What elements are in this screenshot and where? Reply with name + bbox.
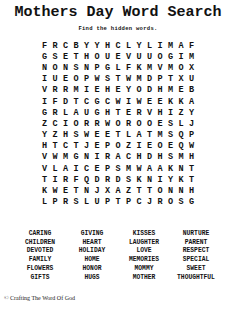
grid-cell-r6c1[interactable]: I	[39, 96, 50, 107]
grid-cell-r12c11[interactable]: A	[144, 163, 155, 174]
grid-cell-r13c2[interactable]: I	[50, 174, 61, 185]
grid-cell-r1c11[interactable]: L	[144, 40, 155, 51]
grid-cell-r3c8[interactable]: L	[113, 62, 124, 73]
grid-cell-r6c9[interactable]: I	[123, 96, 134, 107]
word-list-item: NURTURE	[170, 230, 222, 239]
grid-cell-r3c9[interactable]: F	[123, 62, 134, 73]
grid-cell-r10c9[interactable]: Z	[123, 141, 134, 152]
grid-cell-r13c8[interactable]: D	[113, 174, 124, 185]
grid-cell-r7c2[interactable]: R	[50, 107, 61, 118]
grid-cell-r6c7[interactable]: C	[102, 96, 113, 107]
grid-cell-r5c8[interactable]: E	[113, 85, 124, 96]
grid-cell-r7c3[interactable]: L	[60, 107, 71, 118]
grid-cell-r1c13[interactable]: M	[165, 40, 176, 51]
grid-cell-r10c2[interactable]: T	[50, 141, 61, 152]
word-list-item: LAUGHTER	[118, 239, 170, 248]
grid-cell-r1c10[interactable]: Y	[134, 40, 145, 51]
grid-cell-r10c11[interactable]: E	[144, 141, 155, 152]
grid-cell-r10c14[interactable]: Q	[176, 141, 187, 152]
grid-cell-r14c13[interactable]: N	[165, 185, 176, 196]
grid-cell-r1c1[interactable]: F	[39, 40, 50, 51]
grid-cell-r2c9[interactable]: V	[123, 51, 134, 62]
grid-cell-r11c10[interactable]: H	[134, 152, 145, 163]
grid-cell-r2c14[interactable]: I	[176, 51, 187, 62]
grid-cell-r6c5[interactable]: C	[81, 96, 92, 107]
grid-cell-r14c2[interactable]: W	[50, 185, 61, 196]
word-list-item: LOVE	[118, 247, 170, 256]
grid-cell-r9c3[interactable]: H	[60, 130, 71, 141]
grid-cell-r15c5[interactable]: L	[81, 197, 92, 208]
grid-cell-r10c10[interactable]: I	[134, 141, 145, 152]
grid-cell-r6c3[interactable]: D	[60, 96, 71, 107]
grid-cell-r15c10[interactable]: C	[134, 197, 145, 208]
grid-cell-r7c13[interactable]: I	[165, 107, 176, 118]
grid-cell-r11c14[interactable]: M	[176, 152, 187, 163]
grid-cell-r3c4[interactable]: S	[71, 62, 82, 73]
grid-cell-r5c12[interactable]: H	[155, 85, 166, 96]
grid-cell-r3c14[interactable]: O	[176, 62, 187, 73]
grid-cell-r6c13[interactable]: K	[165, 96, 176, 107]
grid-cell-r8c12[interactable]: E	[155, 118, 166, 129]
grid-cell-r4c2[interactable]: U	[50, 74, 61, 85]
grid-cell-r15c7[interactable]: P	[102, 197, 113, 208]
grid-cell-r7c10[interactable]: R	[134, 107, 145, 118]
grid-cell-r3c15[interactable]: X	[186, 62, 197, 73]
grid-cell-r6c15[interactable]: A	[186, 96, 197, 107]
grid-cell-r9c6[interactable]: E	[92, 130, 103, 141]
grid-cell-r3c6[interactable]: P	[92, 62, 103, 73]
grid-cell-r7c11[interactable]: V	[144, 107, 155, 118]
grid-cell-r15c6[interactable]: U	[92, 197, 103, 208]
grid-cell-r14c4[interactable]: T	[71, 185, 82, 196]
grid-cell-r15c12[interactable]: R	[155, 197, 166, 208]
grid-cell-r3c2[interactable]: O	[50, 62, 61, 73]
grid-cell-r12c1[interactable]: V	[39, 163, 50, 174]
grid-cell-r2c8[interactable]: E	[113, 51, 124, 62]
grid-cell-r14c10[interactable]: T	[134, 185, 145, 196]
grid-cell-r11c8[interactable]: A	[113, 152, 124, 163]
grid-cell-r13c13[interactable]: Y	[165, 174, 176, 185]
grid-cell-r2c15[interactable]: M	[186, 51, 197, 62]
word-list-item: GIFTS	[14, 274, 66, 283]
grid-cell-r13c5[interactable]: Q	[81, 174, 92, 185]
grid-cell-r15c11[interactable]: J	[144, 197, 155, 208]
grid-cell-r2c3[interactable]: E	[60, 51, 71, 62]
grid-cell-r14c5[interactable]: N	[81, 185, 92, 196]
grid-cell-r9c14[interactable]: Q	[176, 130, 187, 141]
grid-cell-r8c7[interactable]: W	[102, 118, 113, 129]
grid-cell-r15c9[interactable]: P	[123, 197, 134, 208]
grid-cell-r1c15[interactable]: F	[186, 40, 197, 51]
grid-cell-r14c8[interactable]: A	[113, 185, 124, 196]
grid-cell-r7c5[interactable]: U	[81, 107, 92, 118]
grid-cell-r1c2[interactable]: R	[50, 40, 61, 51]
grid-cell-r12c4[interactable]: I	[71, 163, 82, 174]
grid-cell-r8c1[interactable]: Z	[39, 118, 50, 129]
grid-cell-r13c11[interactable]: N	[144, 174, 155, 185]
grid-cell-r8c4[interactable]: O	[71, 118, 82, 129]
word-list-item: SWEET	[170, 265, 222, 274]
grid-cell-r13c9[interactable]: S	[123, 174, 134, 185]
grid-cell-r9c4[interactable]: S	[71, 130, 82, 141]
word-list-item: FAMILY	[14, 256, 66, 265]
grid-cell-r5c14[interactable]: E	[176, 85, 187, 96]
grid-cell-r5c4[interactable]: M	[71, 85, 82, 96]
grid-cell-r9c13[interactable]: S	[165, 130, 176, 141]
grid-cell-r5c1[interactable]: V	[39, 85, 50, 96]
grid-cell-r8c13[interactable]: S	[165, 118, 176, 129]
word-list-item: SPECIAL	[170, 256, 222, 265]
grid-cell-r12c6[interactable]: E	[92, 163, 103, 174]
grid-cell-r6c10[interactable]: W	[134, 96, 145, 107]
grid-cell-r14c11[interactable]: T	[144, 185, 155, 196]
grid-cell-r3c1[interactable]: N	[39, 62, 50, 73]
grid-cell-r12c5[interactable]: C	[81, 163, 92, 174]
grid-cell-r7c4[interactable]: A	[71, 107, 82, 118]
grid-cell-r10c13[interactable]: E	[165, 141, 176, 152]
grid-cell-r15c2[interactable]: P	[50, 197, 61, 208]
grid-cell-r1c12[interactable]: I	[155, 40, 166, 51]
grid-cell-r7c15[interactable]: Y	[186, 107, 197, 118]
copyright-notice: © Crafting The Word Of God	[4, 295, 236, 301]
grid-cell-r8c8[interactable]: O	[113, 118, 124, 129]
grid-cell-r11c6[interactable]: I	[92, 152, 103, 163]
grid-cell-r10c8[interactable]: O	[113, 141, 124, 152]
grid-cell-r12c10[interactable]: W	[134, 163, 145, 174]
grid-cell-r12c8[interactable]: S	[113, 163, 124, 174]
grid-cell-r9c2[interactable]: Z	[50, 130, 61, 141]
grid-cell-r8c10[interactable]: O	[134, 118, 145, 129]
grid-cell-r1c3[interactable]: C	[60, 40, 71, 51]
grid-cell-r3c10[interactable]: K	[134, 62, 145, 73]
grid-cell-r2c5[interactable]: H	[81, 51, 92, 62]
grid-cell-r4c14[interactable]: X	[176, 74, 187, 85]
grid-cell-r14c9[interactable]: Z	[123, 185, 134, 196]
grid-cell-r10c12[interactable]: O	[155, 141, 166, 152]
grid-cell-r4c3[interactable]: E	[60, 74, 71, 85]
grid-cell-r13c1[interactable]: T	[39, 174, 50, 185]
grid-cell-r3c5[interactable]: N	[81, 62, 92, 73]
grid-cell-r5c7[interactable]: H	[102, 85, 113, 96]
word-list-item: RESPECT	[170, 247, 222, 256]
grid-cell-r8c9[interactable]: R	[123, 118, 134, 129]
grid-cell-r9c11[interactable]: T	[144, 130, 155, 141]
grid-cell-r14c6[interactable]: J	[92, 185, 103, 196]
grid-cell-r5c15[interactable]: B	[186, 85, 197, 96]
grid-cell-r10c1[interactable]: H	[39, 141, 50, 152]
word-list-item: HONOR	[66, 265, 118, 274]
grid-cell-r12c14[interactable]: N	[176, 163, 187, 174]
grid-cell-r1c4[interactable]: B	[71, 40, 82, 51]
grid-cell-r7c1[interactable]: G	[39, 107, 50, 118]
grid-cell-r4c6[interactable]: W	[92, 74, 103, 85]
grid-cell-r7c7[interactable]: H	[102, 107, 113, 118]
grid-cell-r5c11[interactable]: D	[144, 85, 155, 96]
grid-cell-r11c11[interactable]: D	[144, 152, 155, 163]
grid-cell-r13c15[interactable]: T	[186, 174, 197, 185]
grid-cell-r1c7[interactable]: H	[102, 40, 113, 51]
grid-cell-r9c8[interactable]: T	[113, 130, 124, 141]
grid-cell-r7c9[interactable]: E	[123, 107, 134, 118]
grid-cell-r5c6[interactable]: E	[92, 85, 103, 96]
grid-cell-r2c4[interactable]: T	[71, 51, 82, 62]
grid-cell-r13c10[interactable]: K	[134, 174, 145, 185]
grid-cell-r8c5[interactable]: R	[81, 118, 92, 129]
grid-cell-r5c13[interactable]: M	[165, 85, 176, 96]
grid-cell-r1c5[interactable]: Y	[81, 40, 92, 51]
grid-cell-r2c10[interactable]: U	[134, 51, 145, 62]
grid-cell-r1c9[interactable]: L	[123, 40, 134, 51]
grid-cell-r15c14[interactable]: S	[176, 197, 187, 208]
grid-cell-r15c3[interactable]: R	[60, 197, 71, 208]
grid-cell-r5c3[interactable]: R	[60, 85, 71, 96]
grid-cell-r15c1[interactable]: L	[39, 197, 50, 208]
word-list-item: HUGS	[66, 274, 118, 283]
grid-cell-r7c12[interactable]: H	[155, 107, 166, 118]
subtitle: Find the hidden words.	[0, 26, 236, 32]
grid-cell-r2c1[interactable]: G	[39, 51, 50, 62]
grid-cell-r11c13[interactable]: S	[165, 152, 176, 163]
grid-cell-r4c11[interactable]: D	[144, 74, 155, 85]
grid-cell-r14c1[interactable]: K	[39, 185, 50, 196]
word-list-item: THOUGHTFUL	[170, 274, 222, 283]
word-list-item: KISSES	[118, 230, 170, 239]
grid-cell-r14c15[interactable]: H	[186, 185, 197, 196]
grid-cell-r11c9[interactable]: C	[123, 152, 134, 163]
grid-cell-r12c9[interactable]: M	[123, 163, 134, 174]
grid-cell-r7c6[interactable]: G	[92, 107, 103, 118]
grid-cell-r3c13[interactable]: M	[165, 62, 176, 73]
grid-cell-r2c13[interactable]: G	[165, 51, 176, 62]
grid-cell-r8c2[interactable]: C	[50, 118, 61, 129]
word-list-item: GIVING	[66, 230, 118, 239]
grid-cell-r9c7[interactable]: E	[102, 130, 113, 141]
word-list-item: CHILDREN	[14, 239, 66, 248]
word-list-item: DEVOTED	[14, 247, 66, 256]
grid-cell-r3c12[interactable]: V	[155, 62, 166, 73]
grid-cell-r9c12[interactable]: M	[155, 130, 166, 141]
grid-cell-r9c9[interactable]: L	[123, 130, 134, 141]
grid-cell-r14c3[interactable]: E	[60, 185, 71, 196]
grid-cell-r4c7[interactable]: S	[102, 74, 113, 85]
grid-cell-r12c12[interactable]: A	[155, 163, 166, 174]
grid-cell-r6c12[interactable]: E	[155, 96, 166, 107]
grid-cell-r12c15[interactable]: T	[186, 163, 197, 174]
grid-cell-r13c12[interactable]: I	[155, 174, 166, 185]
grid-cell-r3c7[interactable]: G	[102, 62, 113, 73]
grid-cell-r15c15[interactable]: G	[186, 197, 197, 208]
word-list-item: FLOWERS	[14, 265, 66, 274]
grid-cell-r7c8[interactable]: T	[113, 107, 124, 118]
grid-cell-r4c8[interactable]: T	[113, 74, 124, 85]
word-list-item: MEMORIES	[118, 256, 170, 265]
word-list-item: HOME	[66, 256, 118, 265]
grid-cell-r11c15[interactable]: H	[186, 152, 197, 163]
grid-cell-r11c3[interactable]: M	[60, 152, 71, 163]
grid-cell-r10c3[interactable]: C	[60, 141, 71, 152]
grid-cell-r4c4[interactable]: O	[71, 74, 82, 85]
word-list-item: PARENT	[170, 239, 222, 248]
word-list: CARINGGIVINGKISSESNURTURECHILDRENHEARTLA…	[0, 230, 236, 283]
grid-cell-r11c1[interactable]: V	[39, 152, 50, 163]
grid-cell-r15c13[interactable]: O	[165, 197, 176, 208]
grid-cell-r6c4[interactable]: T	[71, 96, 82, 107]
grid-cell-r10c6[interactable]: E	[92, 141, 103, 152]
grid-cell-r2c2[interactable]: S	[50, 51, 61, 62]
grid-cell-r1c14[interactable]: A	[176, 40, 187, 51]
grid-cell-r4c13[interactable]: T	[165, 74, 176, 85]
grid-cell-r10c7[interactable]: P	[102, 141, 113, 152]
grid-cell-r14c14[interactable]: N	[176, 185, 187, 196]
grid-cell-r6c6[interactable]: G	[92, 96, 103, 107]
grid-cell-r14c12[interactable]: O	[155, 185, 166, 196]
word-list-item: HEART	[66, 239, 118, 248]
grid-cell-r14c7[interactable]: X	[102, 185, 113, 196]
grid-cell-r11c2[interactable]: W	[50, 152, 61, 163]
grid-cell-r11c12[interactable]: H	[155, 152, 166, 163]
grid-cell-r2c7[interactable]: U	[102, 51, 113, 62]
grid-cell-r13c14[interactable]: K	[176, 174, 187, 185]
grid-cell-r8c6[interactable]: R	[92, 118, 103, 129]
grid-cell-r4c9[interactable]: W	[123, 74, 134, 85]
grid-cell-r4c10[interactable]: M	[134, 74, 145, 85]
grid-cell-r4c5[interactable]: P	[81, 74, 92, 85]
grid-cell-r4c15[interactable]: U	[186, 74, 197, 85]
grid-cell-r2c6[interactable]: O	[92, 51, 103, 62]
grid-cell-r13c7[interactable]: R	[102, 174, 113, 185]
grid-cell-r9c15[interactable]: P	[186, 130, 197, 141]
grid-cell-r4c12[interactable]: P	[155, 74, 166, 85]
grid-cell-r12c3[interactable]: A	[60, 163, 71, 174]
grid-cell-r2c11[interactable]: U	[144, 51, 155, 62]
word-list-item: HOLIDAY	[66, 247, 118, 256]
grid-cell-r5c9[interactable]: Y	[123, 85, 134, 96]
grid-cell-r8c14[interactable]: L	[176, 118, 187, 129]
word-list-item: MOMMY	[118, 265, 170, 274]
grid-cell-r5c5[interactable]: I	[81, 85, 92, 96]
grid-cell-r1c8[interactable]: C	[113, 40, 124, 51]
grid-cell-r15c4[interactable]: S	[71, 197, 82, 208]
grid-cell-r6c2[interactable]: F	[50, 96, 61, 107]
word-list-item: MOTHER	[118, 274, 170, 283]
grid-cell-r13c4[interactable]: F	[71, 174, 82, 185]
puzzle-page: Mothers Day Word Search Find the hidden …	[0, 0, 236, 312]
grid-cell-r2c12[interactable]: O	[155, 51, 166, 62]
page-title: Mothers Day Word Search	[0, 5, 236, 21]
grid-cell-r9c10[interactable]: A	[134, 130, 145, 141]
grid-cell-r9c1[interactable]: Y	[39, 130, 50, 141]
grid-cell-r5c10[interactable]: O	[134, 85, 145, 96]
grid-cell-r4c1[interactable]: I	[39, 74, 50, 85]
grid-cell-r9c5[interactable]: W	[81, 130, 92, 141]
grid-cell-r11c5[interactable]: N	[81, 152, 92, 163]
grid-cell-r1c6[interactable]: Y	[92, 40, 103, 51]
word-list-item: CARING	[14, 230, 66, 239]
grid-cell-r12c13[interactable]: K	[165, 163, 176, 174]
grid-cell-r11c7[interactable]: R	[102, 152, 113, 163]
grid-cell-r12c2[interactable]: L	[50, 163, 61, 174]
grid-cell-r8c15[interactable]: J	[186, 118, 197, 129]
grid-cell-r8c3[interactable]: I	[60, 118, 71, 129]
grid-cell-r13c3[interactable]: R	[60, 174, 71, 185]
grid-cell-r10c15[interactable]: W	[186, 141, 197, 152]
grid-cell-r3c3[interactable]: N	[60, 62, 71, 73]
grid-cell-r8c11[interactable]: O	[144, 118, 155, 129]
grid-cell-r6c8[interactable]: W	[113, 96, 124, 107]
grid-cell-r6c14[interactable]: K	[176, 96, 187, 107]
grid-cell-r6c11[interactable]: E	[144, 96, 155, 107]
grid-cell-r15c8[interactable]: T	[113, 197, 124, 208]
grid-cell-r7c14[interactable]: Z	[176, 107, 187, 118]
grid-cell-r10c4[interactable]: T	[71, 141, 82, 152]
grid-cell-r11c4[interactable]: G	[71, 152, 82, 163]
grid-cell-r12c7[interactable]: P	[102, 163, 113, 174]
word-search-grid: FRCBYYHCLYLIMAFGSETHOUEVUUOGIMNONSNPGLFK…	[0, 40, 236, 208]
grid-cell-r13c6[interactable]: D	[92, 174, 103, 185]
grid-cell-r10c5[interactable]: J	[81, 141, 92, 152]
grid-cell-r5c2[interactable]: R	[50, 85, 61, 96]
grid-cell-r3c11[interactable]: M	[144, 62, 155, 73]
